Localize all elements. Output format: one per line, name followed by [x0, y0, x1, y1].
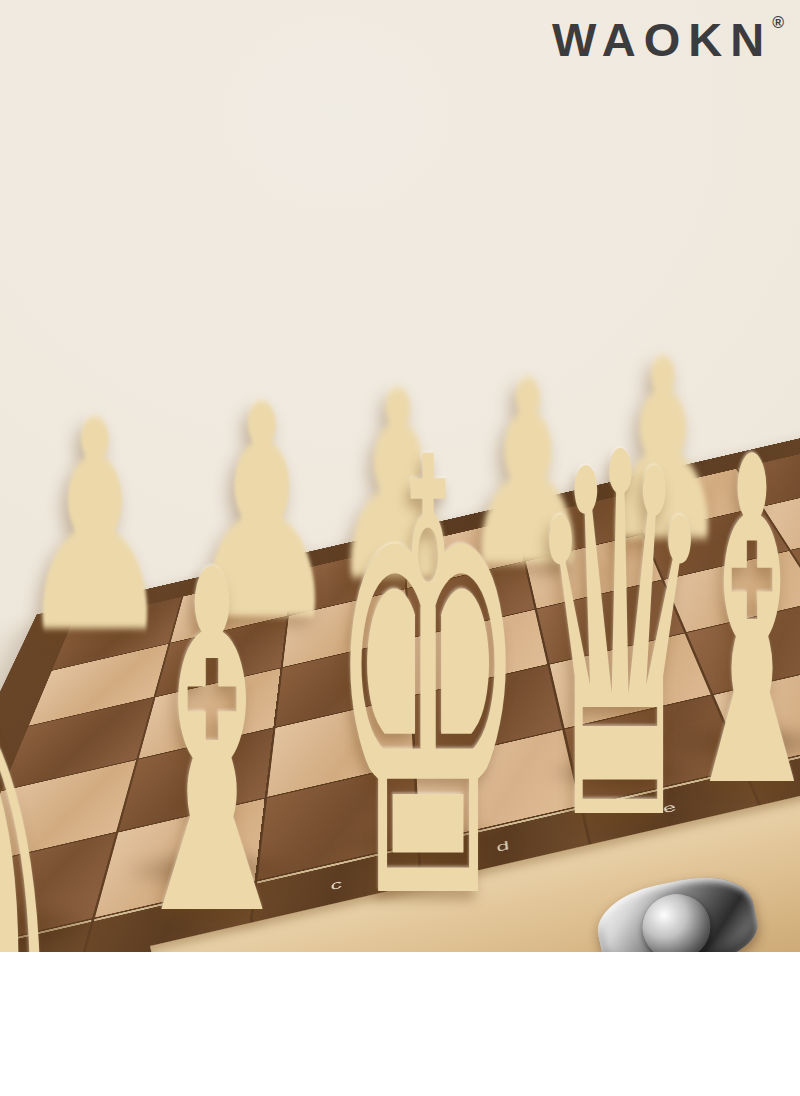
white-bishop-left: ♝ — [115, 512, 309, 952]
registered-trademark-icon: ® — [772, 14, 784, 31]
white-king: ♚ — [328, 384, 527, 952]
screenshot: cde ♟ ♟ ♟ ♟ ♟ ♛ ♝ ♚ ♝ ♞ WAOKN® — [0, 0, 800, 1096]
product-photo: cde ♟ ♟ ♟ ♟ ♟ ♛ ♝ ♚ ♝ ♞ WAOKN® — [0, 0, 800, 952]
white-bishop-right: ♝ — [671, 400, 800, 850]
clasp-dome — [636, 888, 716, 952]
brand-name: WAOKN — [552, 13, 772, 66]
white-knight: ♞ — [0, 567, 88, 952]
brand-logo: WAOKN® — [552, 12, 784, 67]
bottom-white-margin — [0, 952, 800, 1096]
